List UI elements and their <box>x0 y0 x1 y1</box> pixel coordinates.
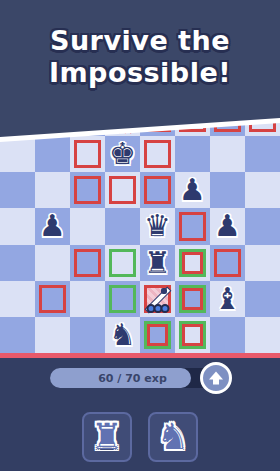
target-frame-green-red <box>179 249 206 277</box>
board-cell-r2c1[interactable] <box>35 172 70 208</box>
board-cell-r5c4[interactable] <box>140 281 175 317</box>
rook-button[interactable]: ♜ <box>82 412 132 462</box>
target-frame-red <box>74 140 101 168</box>
target-frame-red <box>214 249 241 277</box>
board-cell-r4c0[interactable] <box>0 245 35 281</box>
board-cell-r6c5[interactable] <box>175 317 210 353</box>
board-cell-r5c3[interactable] <box>105 281 140 317</box>
pawn-piece[interactable]: ♟ <box>210 208 245 244</box>
board-cell-r1c4[interactable] <box>140 136 175 172</box>
board-cell-r1c3[interactable]: ♚ <box>105 136 140 172</box>
knight-piece[interactable]: ♞ <box>105 317 140 353</box>
board-cell-r1c7[interactable] <box>245 136 280 172</box>
exp-label: 60 / 70 exp <box>50 368 215 388</box>
board-cell-r1c6[interactable] <box>210 136 245 172</box>
board-cell-r2c4[interactable] <box>140 172 175 208</box>
board-cell-r3c0[interactable] <box>0 208 35 244</box>
target-frame-red <box>39 285 66 313</box>
ball <box>160 304 169 313</box>
title-line1: Survive the <box>0 25 280 57</box>
target-frame-red <box>144 176 171 204</box>
board-cell-r6c4[interactable] <box>140 317 175 353</box>
page-title: Survive the Impossible! <box>0 25 280 90</box>
board-cell-r1c1[interactable] <box>35 136 70 172</box>
board-cell-r4c2[interactable] <box>70 245 105 281</box>
board-cell-r3c7[interactable] <box>245 208 280 244</box>
target-frame-green <box>109 249 136 277</box>
target-frame-green <box>109 285 136 313</box>
sword-hilt <box>161 288 167 294</box>
board-cell-r3c4[interactable]: ♛ <box>140 208 175 244</box>
bottom-panel: 60 / 70 exp ♜♞ <box>0 358 280 471</box>
board-cell-r2c2[interactable] <box>70 172 105 208</box>
board-cell-r6c6[interactable] <box>210 317 245 353</box>
board-cell-r5c7[interactable] <box>245 281 280 317</box>
board-cell-r4c7[interactable] <box>245 245 280 281</box>
target-frame-red <box>144 140 171 168</box>
board-cell-r6c0[interactable] <box>0 317 35 353</box>
board-cell-r4c1[interactable] <box>35 245 70 281</box>
header: Survive the Impossible! <box>0 0 280 140</box>
board-cell-r5c2[interactable] <box>70 281 105 317</box>
board-cell-r6c1[interactable] <box>35 317 70 353</box>
board-cell-r4c6[interactable] <box>210 245 245 281</box>
board-cell-r3c3[interactable] <box>105 208 140 244</box>
board-cell-r5c1[interactable] <box>35 281 70 317</box>
board-cell-r2c7[interactable] <box>245 172 280 208</box>
target-frame-red <box>179 212 206 240</box>
pawn-piece[interactable]: ♟ <box>35 208 70 244</box>
board-cell-r5c5[interactable] <box>175 281 210 317</box>
target-frame-red <box>109 176 136 204</box>
board-cell-r1c2[interactable] <box>70 136 105 172</box>
board-cell-r5c0[interactable] <box>0 281 35 317</box>
pawn-piece[interactable]: ♟ <box>175 172 210 208</box>
board-cell-r1c5[interactable] <box>175 136 210 172</box>
target-frame-green-red <box>179 285 206 313</box>
board-cell-r6c7[interactable] <box>245 317 280 353</box>
board-cell-r2c0[interactable] <box>0 172 35 208</box>
knight-button[interactable]: ♞ <box>148 412 198 462</box>
board-cell-r3c2[interactable] <box>70 208 105 244</box>
target-frame-green-red <box>179 321 206 349</box>
title-line2: Impossible! <box>0 57 280 89</box>
upgrade-button[interactable] <box>200 362 232 394</box>
board-cell-r3c6[interactable]: ♟ <box>210 208 245 244</box>
target-frame-green-red <box>144 321 171 349</box>
piece-base-balls <box>147 304 168 313</box>
board-cell-r2c6[interactable] <box>210 172 245 208</box>
board-cell-r4c3[interactable] <box>105 245 140 281</box>
board-cell-r2c3[interactable] <box>105 172 140 208</box>
bishop-piece[interactable]: ♝ <box>210 281 245 317</box>
attack-slashed-square <box>144 285 171 313</box>
up-arrow-icon <box>209 372 223 385</box>
queen-piece[interactable]: ♛ <box>140 208 175 244</box>
target-frame-red <box>74 249 101 277</box>
piece-tray: ♜♞ <box>0 412 280 462</box>
board-cell-r5c6[interactable]: ♝ <box>210 281 245 317</box>
board-cell-r6c3[interactable]: ♞ <box>105 317 140 353</box>
target-frame-red <box>74 176 101 204</box>
king-piece[interactable]: ♚ <box>105 136 140 172</box>
rook-piece[interactable]: ♜ <box>140 245 175 281</box>
exp-progress-bar: 60 / 70 exp <box>50 368 215 388</box>
board-cell-r3c5[interactable] <box>175 208 210 244</box>
board-cell-r4c5[interactable] <box>175 245 210 281</box>
board-cell-r4c4[interactable]: ♜ <box>140 245 175 281</box>
board-cell-r6c2[interactable] <box>70 317 105 353</box>
board-cell-r2c5[interactable]: ♟ <box>175 172 210 208</box>
board-cell-r3c1[interactable]: ♟ <box>35 208 70 244</box>
